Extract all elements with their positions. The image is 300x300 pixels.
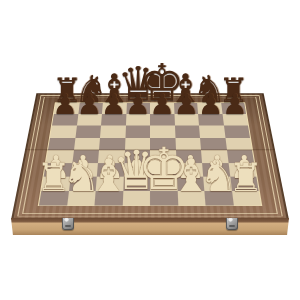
square-h2: [230, 177, 259, 191]
square-d1: [122, 191, 150, 206]
square-h8: [221, 103, 246, 114]
square-e4: [150, 150, 176, 163]
chessboard: [11, 93, 289, 219]
square-c4: [98, 150, 125, 163]
square-f1: [177, 191, 205, 206]
square-d6: [125, 126, 150, 138]
square-b7: [77, 114, 102, 126]
square-b6: [75, 126, 101, 138]
square-d7: [126, 114, 150, 126]
square-e5: [150, 138, 176, 150]
square-e2: [150, 177, 177, 191]
square-a4: [46, 150, 74, 163]
square-e8: [150, 103, 174, 114]
square-f7: [174, 114, 199, 126]
square-a2: [41, 177, 70, 191]
square-h5: [225, 138, 252, 150]
square-c3: [97, 163, 124, 177]
square-e7: [150, 114, 174, 126]
square-a7: [52, 114, 78, 126]
square-e1: [150, 191, 178, 206]
square-e6: [150, 126, 175, 138]
square-b5: [74, 138, 101, 150]
square-b8: [78, 103, 103, 114]
square-c1: [94, 191, 122, 206]
square-d3: [123, 163, 150, 177]
square-g4: [201, 150, 228, 163]
square-d8: [126, 103, 150, 114]
square-c7: [101, 114, 126, 126]
square-a3: [44, 163, 72, 177]
square-e3: [150, 163, 177, 177]
square-g8: [197, 103, 222, 114]
square-g2: [203, 177, 231, 191]
square-g1: [204, 191, 233, 206]
square-f2: [177, 177, 205, 191]
square-f4: [176, 150, 203, 163]
square-g6: [199, 126, 225, 138]
box-front-side: [11, 218, 289, 235]
square-c2: [96, 177, 124, 191]
square-b1: [67, 191, 96, 206]
square-h6: [223, 126, 249, 138]
square-b4: [72, 150, 99, 163]
board-grid: [39, 103, 261, 206]
square-h1: [231, 191, 261, 206]
square-g5: [200, 138, 227, 150]
square-d4: [124, 150, 150, 163]
square-d2: [123, 177, 150, 191]
square-a8: [54, 103, 79, 114]
square-a1: [39, 191, 69, 206]
square-f8: [174, 103, 198, 114]
square-g3: [202, 163, 230, 177]
square-b2: [69, 177, 97, 191]
square-f5: [175, 138, 201, 150]
chess-set-photo: ♜♞♝♛♚♝♞♜♟♟♟♟♟♟♟♟♟♟♟♟♟♟♟♟♜♞♝♛♚♝♞♜: [0, 0, 300, 300]
square-h4: [227, 150, 255, 163]
square-b3: [70, 163, 98, 177]
square-g7: [198, 114, 223, 126]
square-f6: [174, 126, 199, 138]
square-h3: [228, 163, 256, 177]
square-f3: [176, 163, 203, 177]
square-h7: [222, 114, 248, 126]
square-c6: [100, 126, 125, 138]
square-a5: [48, 138, 75, 150]
square-c5: [99, 138, 125, 150]
square-c8: [102, 103, 126, 114]
square-a6: [50, 126, 76, 138]
square-d5: [125, 138, 151, 150]
